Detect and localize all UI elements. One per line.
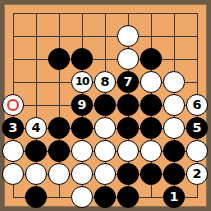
stone-black-col3-row7 (48, 140, 70, 162)
move-number-label: 7 (123, 72, 132, 92)
stone-white-col5-row4: 8 (94, 71, 116, 93)
go-board: 10879634521 (0, 0, 211, 211)
stone-white-col7-row4 (140, 71, 162, 93)
stone-white-col9-row7 (186, 140, 208, 162)
stone-black-col5-row5 (94, 94, 116, 116)
stone-white-col8-row5 (163, 94, 185, 116)
stone-black-col6-row8 (117, 163, 139, 185)
stone-white-col3-row8 (48, 163, 70, 185)
stone-black-col6-row9 (117, 186, 139, 208)
stone-white-col6-row7 (117, 140, 139, 162)
stone-white-col5-row7 (94, 140, 116, 162)
stone-black-col1-row6: 3 (2, 117, 24, 139)
stone-white-col6-row3 (117, 48, 139, 70)
stone-white-col7-row7 (140, 140, 162, 162)
stone-black-col3-row3 (48, 48, 70, 70)
stone-white-col2-row6: 4 (25, 117, 47, 139)
move-number-label: 2 (192, 164, 201, 184)
move-number-label: 3 (8, 118, 17, 138)
stone-black-col8-row9: 1 (163, 186, 185, 208)
stone-black-col7-row8 (140, 163, 162, 185)
stone-white-col4-row9 (71, 186, 93, 208)
stone-black-col6-row4: 7 (117, 71, 139, 93)
stone-white-col4-row8 (71, 163, 93, 185)
move-number-label: 1 (169, 187, 178, 207)
stone-black-col2-row7 (25, 140, 47, 162)
stone-white-col5-row6 (94, 117, 116, 139)
stone-black-col4-row3 (71, 48, 93, 70)
stone-white-col6-row2 (117, 25, 139, 47)
move-number-label: 6 (192, 95, 201, 115)
stone-black-col8-row7 (163, 140, 185, 162)
stone-white-col4-row4: 10 (71, 71, 93, 93)
stone-black-col6-row6 (117, 117, 139, 139)
stone-black-col2-row9 (25, 186, 47, 208)
stone-black-col5-row9 (94, 186, 116, 208)
stone-white-col8-row4 (163, 71, 185, 93)
move-number-label: 9 (77, 95, 86, 115)
move-number-label: 5 (192, 118, 201, 138)
stone-white-col4-row7 (71, 140, 93, 162)
stone-white-col1-row5 (2, 94, 24, 116)
move-number-label: 4 (31, 118, 40, 138)
stone-white-col8-row6 (163, 117, 185, 139)
stone-black-col7-row5 (140, 94, 162, 116)
stone-white-col2-row8 (25, 163, 47, 185)
stone-white-col1-row8 (2, 163, 24, 185)
stone-white-col5-row8 (94, 163, 116, 185)
stone-white-col9-row8: 2 (186, 163, 208, 185)
move-number-label: 10 (75, 72, 88, 92)
stone-black-col6-row5 (117, 94, 139, 116)
move-number-label: 8 (100, 72, 109, 92)
stone-black-col8-row8 (163, 163, 185, 185)
stone-black-col3-row6 (48, 117, 70, 139)
stone-black-col7-row3 (140, 48, 162, 70)
stone-black-col4-row6 (71, 117, 93, 139)
stone-white-col1-row7 (2, 140, 24, 162)
stone-black-col4-row5: 9 (71, 94, 93, 116)
stone-black-col7-row6 (140, 117, 162, 139)
stone-white-col9-row5: 6 (186, 94, 208, 116)
circle-marker-icon (7, 99, 19, 111)
stone-black-col9-row6: 5 (186, 117, 208, 139)
